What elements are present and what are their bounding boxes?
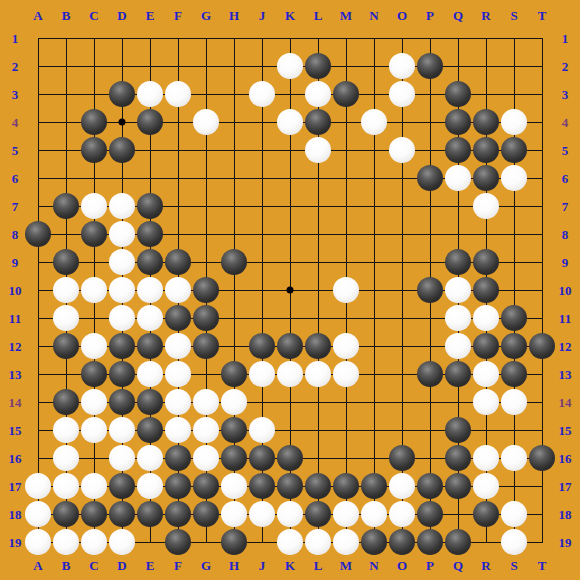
coord-label-left-9: 9	[12, 256, 19, 269]
stone-black-G17	[193, 473, 219, 499]
stone-white-D15	[109, 417, 135, 443]
star-point-K10	[287, 287, 294, 294]
stone-white-G16	[193, 445, 219, 471]
stone-black-B9	[53, 249, 79, 275]
coord-label-bottom-G: G	[201, 559, 211, 572]
stone-black-N19	[361, 529, 387, 555]
coord-label-left-12: 12	[9, 340, 22, 353]
stone-black-L18	[305, 501, 331, 527]
stone-black-H19	[221, 529, 247, 555]
coord-label-bottom-H: H	[229, 559, 239, 572]
stone-black-E7	[137, 193, 163, 219]
stone-white-B17	[53, 473, 79, 499]
stone-black-O16	[389, 445, 415, 471]
coord-label-left-11: 11	[9, 312, 21, 325]
stone-black-R12	[473, 333, 499, 359]
coord-label-left-10: 10	[9, 284, 22, 297]
coord-label-right-15: 15	[559, 424, 572, 437]
stone-white-O18	[389, 501, 415, 527]
stone-white-D7	[109, 193, 135, 219]
stone-white-E11	[137, 305, 163, 331]
stone-white-R13	[473, 361, 499, 387]
coord-label-right-8: 8	[562, 228, 569, 241]
stone-white-K2	[277, 53, 303, 79]
coord-label-right-18: 18	[559, 508, 572, 521]
stone-black-F9	[165, 249, 191, 275]
stone-black-B7	[53, 193, 79, 219]
stone-black-B18	[53, 501, 79, 527]
coord-label-bottom-B: B	[62, 559, 71, 572]
coord-label-top-J: J	[259, 9, 266, 22]
coord-label-top-A: A	[33, 9, 42, 22]
stone-white-F14	[165, 389, 191, 415]
coord-label-right-19: 19	[559, 536, 572, 549]
coord-label-top-Q: Q	[453, 9, 463, 22]
coord-label-bottom-E: E	[146, 559, 155, 572]
stone-black-C4	[81, 109, 107, 135]
stone-black-D17	[109, 473, 135, 499]
coord-label-left-15: 15	[9, 424, 22, 437]
coord-label-left-14: 14	[9, 396, 22, 409]
stone-white-D11	[109, 305, 135, 331]
stone-black-E15	[137, 417, 163, 443]
coord-label-right-1: 1	[562, 32, 569, 45]
coord-label-left-17: 17	[9, 480, 22, 493]
stone-white-G14	[193, 389, 219, 415]
stone-white-M18	[333, 501, 359, 527]
coord-label-left-1: 1	[12, 32, 19, 45]
stone-white-O2	[389, 53, 415, 79]
stone-white-S19	[501, 529, 527, 555]
coord-label-left-3: 3	[12, 88, 19, 101]
stone-black-D13	[109, 361, 135, 387]
coord-label-top-M: M	[340, 9, 352, 22]
stone-black-D3	[109, 81, 135, 107]
stone-black-Q16	[445, 445, 471, 471]
stone-black-Q13	[445, 361, 471, 387]
coord-label-right-14: 14	[559, 396, 572, 409]
coord-label-top-K: K	[285, 9, 295, 22]
stone-black-E12	[137, 333, 163, 359]
stone-white-N18	[361, 501, 387, 527]
coord-label-right-4: 4	[562, 116, 569, 129]
stone-black-O19	[389, 529, 415, 555]
stone-black-P19	[417, 529, 443, 555]
go-board[interactable]: AABBCCDDEEFFGGHHJJKKLLMMNNOOPPQQRRSSTT11…	[0, 0, 580, 580]
stone-white-D10	[109, 277, 135, 303]
stone-black-S5	[501, 137, 527, 163]
stone-white-Q11	[445, 305, 471, 331]
stone-black-R6	[473, 165, 499, 191]
stone-black-G10	[193, 277, 219, 303]
coord-label-left-19: 19	[9, 536, 22, 549]
coord-label-left-2: 2	[12, 60, 19, 73]
stone-black-D18	[109, 501, 135, 527]
stone-white-J15	[249, 417, 275, 443]
stone-black-J12	[249, 333, 275, 359]
coord-label-bottom-S: S	[510, 559, 517, 572]
stone-black-C18	[81, 501, 107, 527]
stone-white-C12	[81, 333, 107, 359]
coord-label-bottom-C: C	[89, 559, 98, 572]
stone-white-M19	[333, 529, 359, 555]
stone-white-S14	[501, 389, 527, 415]
stone-white-Q10	[445, 277, 471, 303]
stone-black-P2	[417, 53, 443, 79]
stone-white-R11	[473, 305, 499, 331]
stone-white-M10	[333, 277, 359, 303]
stone-white-R14	[473, 389, 499, 415]
coord-label-right-17: 17	[559, 480, 572, 493]
coord-label-left-6: 6	[12, 172, 19, 185]
coord-label-bottom-T: T	[538, 559, 547, 572]
stone-black-R5	[473, 137, 499, 163]
stone-black-Q5	[445, 137, 471, 163]
stone-black-G18	[193, 501, 219, 527]
stone-black-F18	[165, 501, 191, 527]
coord-label-bottom-P: P	[426, 559, 434, 572]
stone-white-F10	[165, 277, 191, 303]
stone-black-G12	[193, 333, 219, 359]
stone-white-S6	[501, 165, 527, 191]
stone-black-Q4	[445, 109, 471, 135]
stone-white-E16	[137, 445, 163, 471]
coord-label-bottom-Q: Q	[453, 559, 463, 572]
stone-white-F13	[165, 361, 191, 387]
stone-white-L19	[305, 529, 331, 555]
stone-white-F3	[165, 81, 191, 107]
coord-label-top-D: D	[117, 9, 126, 22]
stone-black-Q17	[445, 473, 471, 499]
stone-black-C8	[81, 221, 107, 247]
stone-black-L17	[305, 473, 331, 499]
coord-label-right-9: 9	[562, 256, 569, 269]
star-point-D4	[119, 119, 126, 126]
coord-label-bottom-N: N	[369, 559, 378, 572]
stone-white-K4	[277, 109, 303, 135]
coord-label-right-3: 3	[562, 88, 569, 101]
stone-black-L2	[305, 53, 331, 79]
stone-white-K19	[277, 529, 303, 555]
stone-black-D5	[109, 137, 135, 163]
stone-white-F15	[165, 417, 191, 443]
coord-label-top-T: T	[538, 9, 547, 22]
stone-black-Q15	[445, 417, 471, 443]
coord-label-left-5: 5	[12, 144, 19, 157]
stone-white-M13	[333, 361, 359, 387]
stone-black-K16	[277, 445, 303, 471]
stone-white-O5	[389, 137, 415, 163]
stone-black-P18	[417, 501, 443, 527]
stone-black-K12	[277, 333, 303, 359]
stone-black-S13	[501, 361, 527, 387]
stone-white-R7	[473, 193, 499, 219]
coord-label-right-7: 7	[562, 200, 569, 213]
stone-black-F11	[165, 305, 191, 331]
coord-label-left-16: 16	[9, 452, 22, 465]
stone-white-C15	[81, 417, 107, 443]
coord-label-top-R: R	[481, 9, 490, 22]
coord-label-bottom-K: K	[285, 559, 295, 572]
stone-black-E4	[137, 109, 163, 135]
coord-label-top-G: G	[201, 9, 211, 22]
stone-white-E10	[137, 277, 163, 303]
stone-black-H13	[221, 361, 247, 387]
stone-black-C5	[81, 137, 107, 163]
stone-white-L3	[305, 81, 331, 107]
stone-black-P6	[417, 165, 443, 191]
stone-black-S11	[501, 305, 527, 331]
stone-white-B16	[53, 445, 79, 471]
stone-white-L5	[305, 137, 331, 163]
stone-black-H16	[221, 445, 247, 471]
stone-white-B15	[53, 417, 79, 443]
stone-white-O17	[389, 473, 415, 499]
coord-label-top-C: C	[89, 9, 98, 22]
stone-white-D9	[109, 249, 135, 275]
coord-label-right-10: 10	[559, 284, 572, 297]
coord-label-left-8: 8	[12, 228, 19, 241]
coord-label-top-E: E	[146, 9, 155, 22]
stone-black-R4	[473, 109, 499, 135]
stone-white-R17	[473, 473, 499, 499]
stone-white-H17	[221, 473, 247, 499]
stone-black-Q3	[445, 81, 471, 107]
stone-white-J13	[249, 361, 275, 387]
stone-white-K13	[277, 361, 303, 387]
stone-white-A18	[25, 501, 51, 527]
stone-white-R16	[473, 445, 499, 471]
coord-label-top-L: L	[314, 9, 323, 22]
coord-label-left-18: 18	[9, 508, 22, 521]
stone-white-Q6	[445, 165, 471, 191]
stone-black-Q19	[445, 529, 471, 555]
stone-white-D16	[109, 445, 135, 471]
stone-white-F12	[165, 333, 191, 359]
stone-white-M12	[333, 333, 359, 359]
stone-black-L4	[305, 109, 331, 135]
coord-label-left-7: 7	[12, 200, 19, 213]
coord-label-bottom-J: J	[259, 559, 266, 572]
coord-label-top-N: N	[369, 9, 378, 22]
coord-label-bottom-O: O	[397, 559, 407, 572]
coord-label-right-11: 11	[559, 312, 571, 325]
stone-white-C19	[81, 529, 107, 555]
stone-white-A19	[25, 529, 51, 555]
stone-black-D12	[109, 333, 135, 359]
stone-black-H9	[221, 249, 247, 275]
coord-label-left-4: 4	[12, 116, 19, 129]
stone-black-E9	[137, 249, 163, 275]
stone-white-N4	[361, 109, 387, 135]
stone-black-M17	[333, 473, 359, 499]
stone-black-E14	[137, 389, 163, 415]
stone-white-S4	[501, 109, 527, 135]
stone-black-Q9	[445, 249, 471, 275]
stone-black-P10	[417, 277, 443, 303]
stone-white-K18	[277, 501, 303, 527]
stone-black-B14	[53, 389, 79, 415]
stone-black-K17	[277, 473, 303, 499]
stone-black-R18	[473, 501, 499, 527]
stone-white-E13	[137, 361, 163, 387]
stone-black-B12	[53, 333, 79, 359]
coord-label-bottom-M: M	[340, 559, 352, 572]
stone-black-P17	[417, 473, 443, 499]
stone-black-D14	[109, 389, 135, 415]
stone-black-F16	[165, 445, 191, 471]
stone-white-S18	[501, 501, 527, 527]
coord-label-bottom-D: D	[117, 559, 126, 572]
coord-label-top-S: S	[510, 9, 517, 22]
stone-black-F19	[165, 529, 191, 555]
coord-label-bottom-A: A	[33, 559, 42, 572]
stone-white-J18	[249, 501, 275, 527]
stone-black-L12	[305, 333, 331, 359]
coord-label-top-B: B	[62, 9, 71, 22]
coord-label-right-5: 5	[562, 144, 569, 157]
stone-black-S12	[501, 333, 527, 359]
stone-white-E3	[137, 81, 163, 107]
coord-label-bottom-F: F	[174, 559, 182, 572]
coord-label-top-O: O	[397, 9, 407, 22]
stone-black-E8	[137, 221, 163, 247]
stone-white-S16	[501, 445, 527, 471]
stone-white-D8	[109, 221, 135, 247]
stone-white-B19	[53, 529, 79, 555]
stone-white-C17	[81, 473, 107, 499]
coord-label-right-2: 2	[562, 60, 569, 73]
stone-white-G4	[193, 109, 219, 135]
stone-white-D19	[109, 529, 135, 555]
stone-black-N17	[361, 473, 387, 499]
stone-black-G11	[193, 305, 219, 331]
stone-black-R10	[473, 277, 499, 303]
coord-label-right-16: 16	[559, 452, 572, 465]
stone-black-A8	[25, 221, 51, 247]
stone-black-J16	[249, 445, 275, 471]
stone-white-E17	[137, 473, 163, 499]
stone-black-T12	[529, 333, 555, 359]
stone-black-C13	[81, 361, 107, 387]
stone-black-M3	[333, 81, 359, 107]
coord-label-bottom-L: L	[314, 559, 323, 572]
stone-white-J3	[249, 81, 275, 107]
stone-white-O3	[389, 81, 415, 107]
stone-black-T16	[529, 445, 555, 471]
coord-label-top-P: P	[426, 9, 434, 22]
stone-white-H18	[221, 501, 247, 527]
coord-label-bottom-R: R	[481, 559, 490, 572]
stone-white-G15	[193, 417, 219, 443]
stone-black-R9	[473, 249, 499, 275]
stone-black-E18	[137, 501, 163, 527]
coord-label-top-F: F	[174, 9, 182, 22]
coord-label-right-6: 6	[562, 172, 569, 185]
stone-black-H15	[221, 417, 247, 443]
stone-white-A17	[25, 473, 51, 499]
stone-white-H14	[221, 389, 247, 415]
stone-black-P13	[417, 361, 443, 387]
stone-white-C7	[81, 193, 107, 219]
stone-white-Q12	[445, 333, 471, 359]
stone-white-L13	[305, 361, 331, 387]
stone-black-J17	[249, 473, 275, 499]
stone-white-C10	[81, 277, 107, 303]
coord-label-right-12: 12	[559, 340, 572, 353]
stone-white-B11	[53, 305, 79, 331]
coord-label-top-H: H	[229, 9, 239, 22]
coord-label-right-13: 13	[559, 368, 572, 381]
stone-white-B10	[53, 277, 79, 303]
stone-black-F17	[165, 473, 191, 499]
stone-white-C14	[81, 389, 107, 415]
coord-label-left-13: 13	[9, 368, 22, 381]
